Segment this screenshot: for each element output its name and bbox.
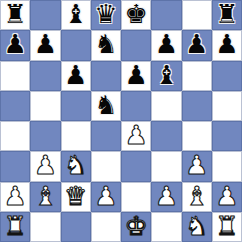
- white-rook: ♜: [3, 213, 26, 239]
- square-h6[interactable]: [212, 61, 242, 91]
- square-d8[interactable]: ♛: [91, 0, 121, 30]
- square-h7[interactable]: ♟: [212, 30, 242, 60]
- black-pawn: ♟: [64, 62, 87, 88]
- square-c2[interactable]: ♛: [61, 182, 91, 212]
- square-f4[interactable]: [151, 121, 181, 151]
- square-c8[interactable]: ♝: [61, 0, 91, 30]
- square-g2[interactable]: ♝: [182, 182, 212, 212]
- white-queen: ♛: [64, 183, 87, 209]
- square-h2[interactable]: ♟: [212, 182, 242, 212]
- square-e1[interactable]: ♚: [121, 212, 151, 242]
- white-knight: ♞: [185, 213, 208, 239]
- square-f2[interactable]: ♟: [151, 182, 181, 212]
- square-e5[interactable]: [121, 91, 151, 121]
- square-d1[interactable]: [91, 212, 121, 242]
- white-bishop: ♝: [185, 183, 208, 209]
- square-c7[interactable]: [61, 30, 91, 60]
- white-pawn: ♟: [215, 183, 238, 209]
- black-pawn: ♟: [185, 31, 208, 57]
- square-b7[interactable]: ♟: [30, 30, 60, 60]
- black-rook: ♜: [215, 1, 238, 27]
- square-b4[interactable]: [30, 121, 60, 151]
- square-d2[interactable]: ♟: [91, 182, 121, 212]
- square-e7[interactable]: [121, 30, 151, 60]
- square-a1[interactable]: ♜: [0, 212, 30, 242]
- square-d5[interactable]: ♞: [91, 91, 121, 121]
- square-a4[interactable]: [0, 121, 30, 151]
- black-pawn: ♟: [155, 31, 178, 57]
- black-king: ♚: [124, 1, 147, 27]
- white-pawn: ♟: [94, 183, 117, 209]
- square-f1[interactable]: [151, 212, 181, 242]
- square-e3[interactable]: [121, 151, 151, 181]
- square-b3[interactable]: ♟: [30, 151, 60, 181]
- square-d6[interactable]: [91, 61, 121, 91]
- square-b6[interactable]: [30, 61, 60, 91]
- square-e2[interactable]: [121, 182, 151, 212]
- square-g8[interactable]: [182, 0, 212, 30]
- square-a5[interactable]: [0, 91, 30, 121]
- square-g7[interactable]: ♟: [182, 30, 212, 60]
- black-pawn: ♟: [3, 31, 26, 57]
- square-h8[interactable]: ♜: [212, 0, 242, 30]
- white-pawn: ♟: [3, 183, 26, 209]
- square-f7[interactable]: ♟: [151, 30, 181, 60]
- square-d4[interactable]: [91, 121, 121, 151]
- square-g6[interactable]: [182, 61, 212, 91]
- square-b8[interactable]: [30, 0, 60, 30]
- white-pawn: ♟: [34, 152, 57, 178]
- black-bishop: ♝: [155, 62, 178, 88]
- square-c4[interactable]: [61, 121, 91, 151]
- black-rook: ♜: [3, 1, 26, 27]
- square-a8[interactable]: ♜: [0, 0, 30, 30]
- square-c6[interactable]: ♟: [61, 61, 91, 91]
- black-bishop: ♝: [64, 1, 87, 27]
- square-f8[interactable]: [151, 0, 181, 30]
- square-e4[interactable]: ♟: [121, 121, 151, 151]
- white-pawn: ♟: [155, 183, 178, 209]
- square-h1[interactable]: ♜: [212, 212, 242, 242]
- white-pawn: ♟: [185, 152, 208, 178]
- black-pawn: ♟: [124, 62, 147, 88]
- square-a6[interactable]: [0, 61, 30, 91]
- square-c5[interactable]: [61, 91, 91, 121]
- white-rook: ♜: [215, 213, 238, 239]
- square-h3[interactable]: [212, 151, 242, 181]
- square-a3[interactable]: [0, 151, 30, 181]
- square-a7[interactable]: ♟: [0, 30, 30, 60]
- black-knight: ♞: [94, 92, 117, 118]
- square-g5[interactable]: [182, 91, 212, 121]
- square-b1[interactable]: [30, 212, 60, 242]
- black-pawn: ♟: [34, 31, 57, 57]
- black-pawn: ♟: [215, 31, 238, 57]
- white-pawn: ♟: [124, 122, 147, 148]
- square-d3[interactable]: [91, 151, 121, 181]
- square-h5[interactable]: [212, 91, 242, 121]
- square-g1[interactable]: ♞: [182, 212, 212, 242]
- square-d7[interactable]: ♞: [91, 30, 121, 60]
- square-a2[interactable]: ♟: [0, 182, 30, 212]
- white-bishop: ♝: [34, 183, 57, 209]
- square-b2[interactable]: ♝: [30, 182, 60, 212]
- square-h4[interactable]: [212, 121, 242, 151]
- chess-board: ♜♝♛♚♜♟♟♞♟♟♟♟♟♝♞♟♟♞♟♟♝♛♟♟♝♟♜♚♞♜: [0, 0, 242, 242]
- square-f5[interactable]: [151, 91, 181, 121]
- white-knight: ♞: [64, 152, 87, 178]
- square-c1[interactable]: [61, 212, 91, 242]
- square-b5[interactable]: [30, 91, 60, 121]
- square-f3[interactable]: [151, 151, 181, 181]
- square-e6[interactable]: ♟: [121, 61, 151, 91]
- square-g3[interactable]: ♟: [182, 151, 212, 181]
- white-king: ♚: [124, 213, 147, 239]
- black-queen: ♛: [94, 1, 117, 27]
- square-e8[interactable]: ♚: [121, 0, 151, 30]
- square-c3[interactable]: ♞: [61, 151, 91, 181]
- square-g4[interactable]: [182, 121, 212, 151]
- square-f6[interactable]: ♝: [151, 61, 181, 91]
- black-knight: ♞: [94, 31, 117, 57]
